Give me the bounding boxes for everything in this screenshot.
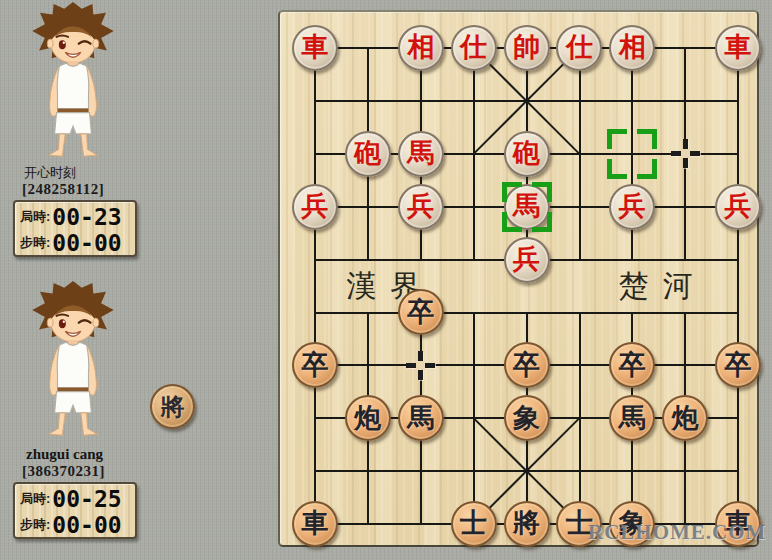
move-time-label-top: 步時: [20,234,50,252]
player-name-top: 开心时刻 [24,164,76,182]
piece-black-將[interactable]: 將 [504,501,550,547]
board-grid: 車相仕帥仕相車砲馬砲兵兵馬兵兵兵卒卒卒卒卒炮馬象馬炮車士將士象車 [289,22,765,551]
piece-red-相[interactable]: 相 [609,25,655,71]
last-move-bracket [502,182,552,232]
move-time-label-bottom: 步時: [20,516,50,534]
piece-black-士[interactable]: 士 [451,501,497,547]
piece-black-馬[interactable]: 馬 [398,395,444,441]
piece-red-車[interactable]: 車 [715,25,761,71]
player-name-bottom: zhugui cang [26,446,103,463]
piece-red-仕[interactable]: 仕 [451,25,497,71]
piece-red-兵[interactable]: 兵 [398,184,444,230]
piece-black-卒[interactable]: 卒 [292,342,338,388]
piece-red-砲[interactable]: 砲 [345,131,391,177]
clock-panel-bottom: 局時: 00-25 步時: 00-00 [13,482,137,539]
piece-red-馬[interactable]: 馬 [398,131,444,177]
side-indicator-piece: 將 [150,384,195,429]
piece-black-炮[interactable]: 炮 [345,395,391,441]
piece-black-炮[interactable]: 炮 [662,395,708,441]
piece-black-車[interactable]: 車 [292,501,338,547]
piece-black-象[interactable]: 象 [504,395,550,441]
clock-panel-top: 局時: 00-23 步時: 00-00 [13,200,137,257]
side-indicator-glyph: 將 [161,391,185,423]
player-id-bottom: [386370231] [22,463,105,480]
move-time-value-bottom: 00-00 [52,512,121,538]
game-time-label-top: 局時: [20,208,50,226]
piece-red-相[interactable]: 相 [398,25,444,71]
piece-red-兵[interactable]: 兵 [715,184,761,230]
piece-black-卒[interactable]: 卒 [398,289,444,335]
game-time-value-bottom: 00-25 [52,486,121,512]
piece-red-兵[interactable]: 兵 [609,184,655,230]
piece-black-卒[interactable]: 卒 [609,342,655,388]
game-window: 开心时刻 [248258112] 局時: 00-23 步時: 00-00 將 z… [0,0,772,560]
game-time-label-bottom: 局時: [20,490,50,508]
piece-black-卒[interactable]: 卒 [504,342,550,388]
piece-red-兵[interactable]: 兵 [504,237,550,283]
move-origin-crosshair [406,351,435,380]
piece-red-砲[interactable]: 砲 [504,131,550,177]
piece-black-卒[interactable]: 卒 [715,342,761,388]
piece-red-帥[interactable]: 帥 [504,25,550,71]
move-origin-crosshair [671,139,700,168]
piece-red-車[interactable]: 車 [292,25,338,71]
move-time-value-top: 00-00 [52,230,121,256]
game-time-value-top: 00-23 [52,204,121,230]
piece-red-仕[interactable]: 仕 [556,25,602,71]
xiangqi-board[interactable]: 漢界 楚河 車相仕帥仕相車砲馬砲兵兵馬兵兵兵卒卒卒卒卒炮馬象馬炮車士將士象車 [278,10,759,547]
player-avatar-bottom [28,281,118,441]
player-id-top: [248258112] [22,181,104,198]
piece-black-馬[interactable]: 馬 [609,395,655,441]
player-avatar-top [28,2,118,162]
last-move-bracket [607,129,657,179]
watermark: RCLHOME.COM [588,520,766,545]
piece-red-兵[interactable]: 兵 [292,184,338,230]
